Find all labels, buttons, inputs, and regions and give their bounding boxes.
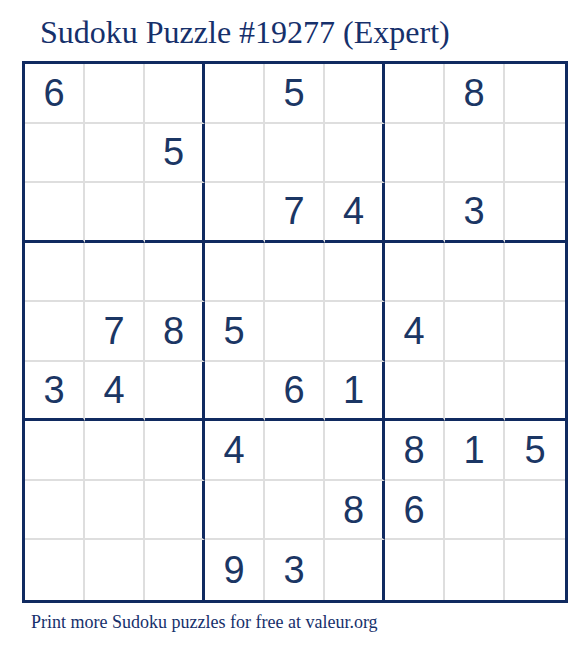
sudoku-cell-empty — [505, 362, 565, 422]
sudoku-cell-empty — [325, 64, 385, 124]
sudoku-cell-empty — [445, 124, 505, 184]
sudoku-cell-empty — [505, 64, 565, 124]
sudoku-cell-empty — [145, 183, 205, 243]
sudoku-cell-given: 9 — [205, 540, 265, 600]
sudoku-cell-empty — [145, 243, 205, 303]
sudoku-cell-empty — [325, 302, 385, 362]
sudoku-cell-empty — [145, 540, 205, 600]
sudoku-cell-empty — [325, 124, 385, 184]
sudoku-cell-empty — [445, 362, 505, 422]
sudoku-cell-empty — [205, 362, 265, 422]
sudoku-cell-empty — [325, 421, 385, 481]
sudoku-cell-empty — [85, 481, 145, 541]
sudoku-cell-given: 4 — [205, 421, 265, 481]
sudoku-cell-empty — [505, 124, 565, 184]
sudoku-cell-given: 8 — [145, 302, 205, 362]
sudoku-cell-empty — [85, 540, 145, 600]
sudoku-cell-given: 8 — [385, 421, 445, 481]
sudoku-cell-empty — [25, 481, 85, 541]
sudoku-cell-given: 6 — [265, 362, 325, 422]
sudoku-cell-empty — [385, 540, 445, 600]
sudoku-cell-empty — [445, 243, 505, 303]
sudoku-cell-empty — [25, 124, 85, 184]
sudoku-cell-empty — [25, 302, 85, 362]
sudoku-cell-empty — [205, 481, 265, 541]
sudoku-cell-given: 8 — [445, 64, 505, 124]
sudoku-cell-empty — [85, 421, 145, 481]
sudoku-cell-empty — [205, 64, 265, 124]
sudoku-cell-empty — [505, 302, 565, 362]
sudoku-cell-empty — [445, 302, 505, 362]
sudoku-cell-empty — [325, 540, 385, 600]
sudoku-cell-given: 4 — [325, 183, 385, 243]
sudoku-cell-given: 5 — [205, 302, 265, 362]
sudoku-cell-empty — [385, 64, 445, 124]
sudoku-cell-empty — [265, 243, 325, 303]
sudoku-cell-empty — [205, 124, 265, 184]
sudoku-cell-given: 4 — [385, 302, 445, 362]
sudoku-cell-empty — [325, 243, 385, 303]
sudoku-cell-empty — [385, 183, 445, 243]
sudoku-cell-empty — [265, 302, 325, 362]
sudoku-cell-empty — [385, 124, 445, 184]
sudoku-cell-empty — [205, 243, 265, 303]
sudoku-cell-empty — [25, 421, 85, 481]
sudoku-cell-given: 6 — [25, 64, 85, 124]
sudoku-cell-empty — [85, 243, 145, 303]
sudoku-cell-empty — [85, 64, 145, 124]
sudoku-cell-given: 1 — [445, 421, 505, 481]
sudoku-cell-empty — [205, 183, 265, 243]
sudoku-cell-given: 6 — [385, 481, 445, 541]
sudoku-cell-empty — [265, 481, 325, 541]
sudoku-cell-empty — [145, 421, 205, 481]
sudoku-cell-given: 8 — [325, 481, 385, 541]
sudoku-cell-empty — [25, 243, 85, 303]
sudoku-cell-empty — [85, 183, 145, 243]
sudoku-cell-empty — [505, 183, 565, 243]
sudoku-cell-empty — [505, 243, 565, 303]
sudoku-cell-empty — [505, 481, 565, 541]
sudoku-cell-given: 3 — [25, 362, 85, 422]
sudoku-cell-empty — [145, 481, 205, 541]
sudoku-cell-empty — [85, 124, 145, 184]
sudoku-cell-empty — [25, 183, 85, 243]
sudoku-cell-given: 5 — [265, 64, 325, 124]
footer-note: Print more Sudoku puzzles for free at va… — [31, 612, 378, 633]
sudoku-cell-empty — [445, 481, 505, 541]
sudoku-cell-empty — [25, 540, 85, 600]
sudoku-cell-given: 7 — [265, 183, 325, 243]
sudoku-cell-empty — [385, 362, 445, 422]
sudoku-cell-empty — [385, 243, 445, 303]
sudoku-cell-given: 4 — [85, 362, 145, 422]
sudoku-cell-given: 3 — [265, 540, 325, 600]
sudoku-cell-given: 5 — [145, 124, 205, 184]
sudoku-cell-given: 7 — [85, 302, 145, 362]
sudoku-cell-empty — [505, 540, 565, 600]
sudoku-cell-empty — [445, 540, 505, 600]
puzzle-title: Sudoku Puzzle #19277 (Expert) — [40, 14, 450, 51]
sudoku-cell-given: 3 — [445, 183, 505, 243]
sudoku-cell-empty — [145, 362, 205, 422]
sudoku-cell-empty — [265, 421, 325, 481]
sudoku-board: 65857437854346148158693 — [22, 61, 568, 603]
sudoku-cell-empty — [265, 124, 325, 184]
sudoku-cell-empty — [145, 64, 205, 124]
sudoku-cell-given: 1 — [325, 362, 385, 422]
sudoku-cell-given: 5 — [505, 421, 565, 481]
